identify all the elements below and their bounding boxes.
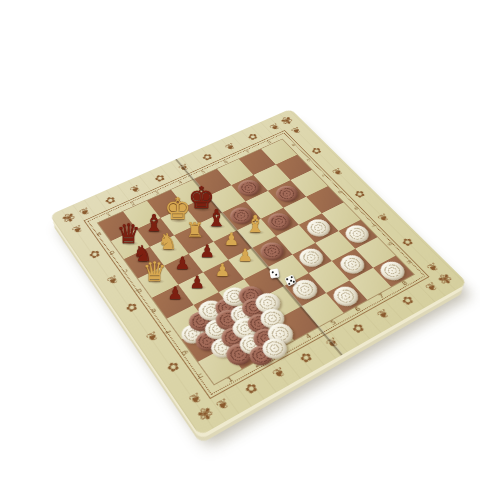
die-1[interactable]: [269, 268, 279, 278]
chess-piece-light-pawn[interactable]: ♟: [238, 247, 253, 264]
die-pip: [286, 279, 289, 282]
chess-piece-dark-pawn[interactable]: ♟: [200, 243, 215, 260]
chess-piece-dark-pawn[interactable]: ♟: [190, 274, 205, 291]
die-pip: [276, 274, 278, 276]
chess-piece-light-rook[interactable]: ♜: [186, 220, 204, 240]
die-pip: [292, 281, 295, 284]
chess-piece-light-pawn[interactable]: ♟: [215, 262, 230, 279]
chess-piece-light-pawn[interactable]: ♟: [224, 231, 239, 248]
chess-piece-light-bishop[interactable]: ♝: [245, 213, 266, 236]
chess-piece-dark-pawn[interactable]: ♟: [167, 285, 182, 302]
chess-piece-dark-bishop[interactable]: ♝: [206, 207, 227, 230]
product-photo-scene: ❦✿❦✿❦✿❦✿❦ ❦✿❦✿❦✿❦✿❦ ❦✿❦✿❦✿❦ ❦✿❦✿❦✿❦ ✾ ✾ …: [0, 0, 480, 480]
die-2[interactable]: [285, 275, 297, 287]
die-pip: [288, 283, 291, 286]
chess-piece-light-knight[interactable]: ♞: [158, 231, 178, 253]
die-pip: [271, 271, 273, 273]
standing-pieces-layer: ♛♝♚♚♞♞♜♝♛♟♟♟♝♟♟♟♟: [0, 0, 480, 480]
chess-piece-dark-pawn[interactable]: ♟: [175, 255, 190, 272]
chess-piece-light-queen[interactable]: ♛: [142, 258, 166, 285]
